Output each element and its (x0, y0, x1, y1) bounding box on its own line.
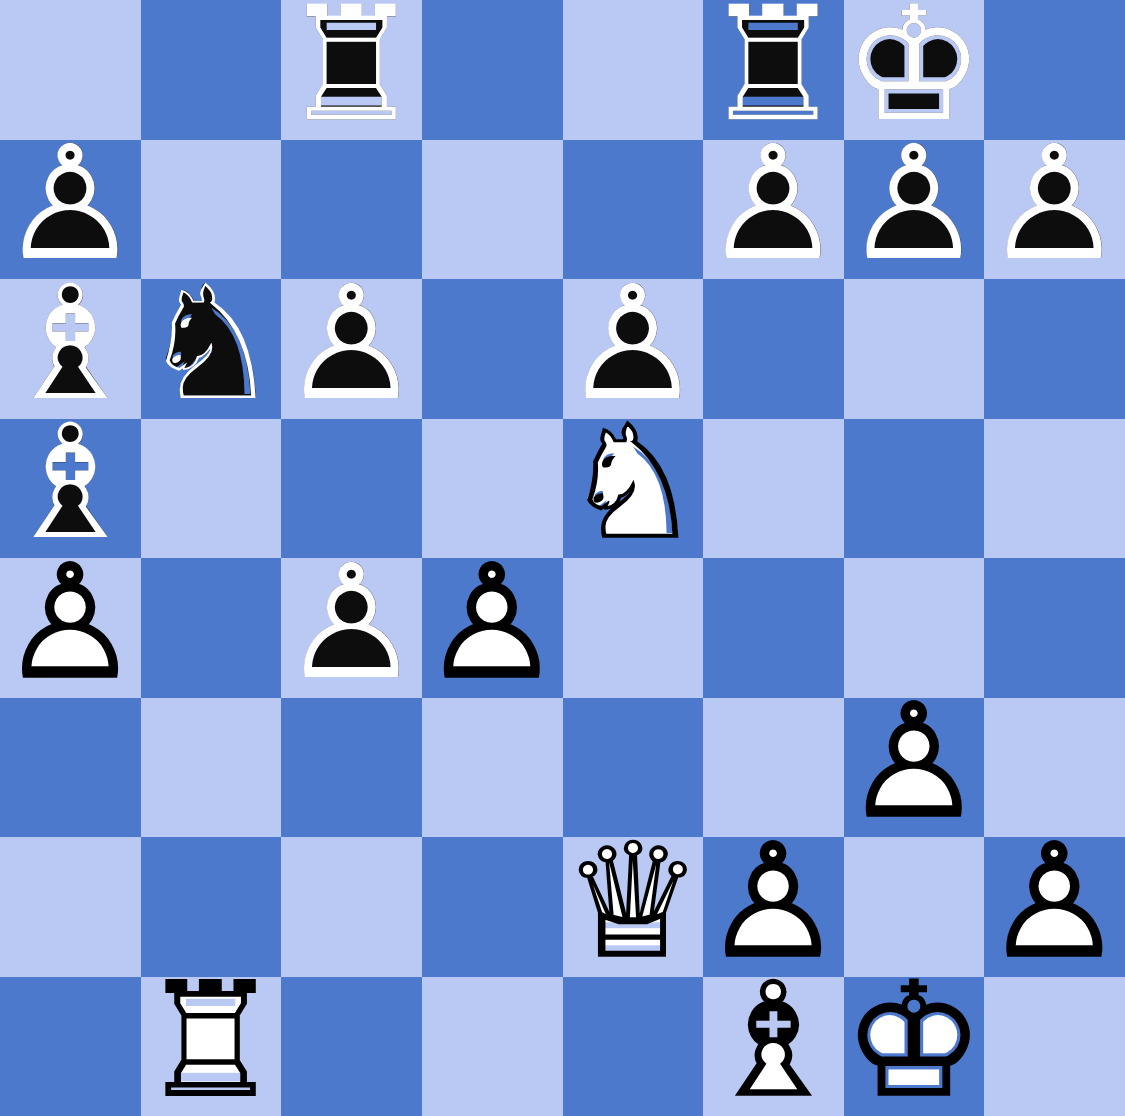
piece-black-pawn[interactable]: ♟♙ (703, 140, 844, 280)
square-c2[interactable] (281, 837, 422, 977)
piece-white-king[interactable]: ♚♔ (844, 977, 985, 1116)
piece-black-king[interactable]: ♚♔ (844, 0, 985, 140)
square-f2[interactable]: ♟♙ (703, 837, 844, 977)
square-e4[interactable] (563, 558, 704, 698)
square-e1[interactable] (563, 977, 704, 1116)
black-piece-fill-glyph: ♟ (984, 124, 1125, 282)
square-a1[interactable] (0, 977, 141, 1116)
white-piece-fill-glyph: ♟ (843, 682, 985, 840)
square-b5[interactable] (141, 419, 282, 559)
white-piece-fill-glyph: ♚ (843, 961, 985, 1116)
piece-white-pawn[interactable]: ♟♙ (422, 558, 563, 698)
square-d8[interactable] (422, 0, 563, 140)
piece-black-pawn[interactable]: ♟♙ (0, 140, 141, 280)
square-f1[interactable]: ♝♗ (703, 977, 844, 1116)
white-piece-outline-glyph: ♙ (843, 682, 985, 840)
black-piece-fill-glyph: ♟ (281, 542, 423, 700)
square-c4[interactable]: ♟♙ (281, 558, 422, 698)
square-h6[interactable] (984, 279, 1125, 419)
square-g4[interactable] (844, 558, 985, 698)
white-piece-fill-glyph: ♟ (703, 821, 845, 979)
square-a8[interactable] (0, 0, 141, 140)
square-g7[interactable]: ♟♙ (844, 140, 985, 280)
black-piece-detail-glyph: ♘ (140, 263, 282, 421)
square-g6[interactable] (844, 279, 985, 419)
piece-white-rook[interactable]: ♜♖ (141, 977, 282, 1116)
square-h4[interactable] (984, 558, 1125, 698)
square-h3[interactable] (984, 698, 1125, 838)
white-piece-outline-glyph: ♙ (984, 821, 1125, 979)
square-c7[interactable] (281, 140, 422, 280)
square-d4[interactable]: ♟♙ (422, 558, 563, 698)
piece-white-pawn[interactable]: ♟♙ (844, 698, 985, 838)
square-f8[interactable]: ♜♖ (703, 0, 844, 140)
square-d2[interactable] (422, 837, 563, 977)
black-piece-detail-glyph: ♖ (281, 0, 423, 142)
square-f3[interactable] (703, 698, 844, 838)
white-piece-fill-glyph: ♞ (562, 403, 704, 561)
square-c1[interactable] (281, 977, 422, 1116)
square-b8[interactable] (141, 0, 282, 140)
black-piece-fill-glyph: ♟ (0, 124, 141, 282)
square-e5[interactable]: ♞♘ (563, 419, 704, 559)
white-piece-fill-glyph: ♜ (140, 961, 282, 1116)
piece-black-pawn[interactable]: ♟♙ (984, 140, 1125, 280)
piece-black-pawn[interactable]: ♟♙ (563, 279, 704, 419)
black-piece-fill-glyph: ♟ (843, 124, 985, 282)
square-a4[interactable]: ♟♙ (0, 558, 141, 698)
square-h5[interactable] (984, 419, 1125, 559)
square-c6[interactable]: ♟♙ (281, 279, 422, 419)
piece-white-pawn[interactable]: ♟♙ (984, 837, 1125, 977)
black-piece-fill-glyph: ♟ (562, 263, 704, 421)
square-g5[interactable] (844, 419, 985, 559)
square-f5[interactable] (703, 419, 844, 559)
square-a5[interactable]: ♝♗ (0, 419, 141, 559)
square-e6[interactable]: ♟♙ (563, 279, 704, 419)
square-h7[interactable]: ♟♙ (984, 140, 1125, 280)
piece-black-pawn[interactable]: ♟♙ (844, 140, 985, 280)
white-piece-fill-glyph: ♟ (984, 821, 1125, 979)
square-a7[interactable]: ♟♙ (0, 140, 141, 280)
white-piece-fill-glyph: ♟ (421, 542, 563, 700)
square-a6[interactable]: ♝♗ (0, 279, 141, 419)
white-piece-fill-glyph: ♟ (0, 542, 141, 700)
black-piece-detail-glyph: ♗ (0, 263, 141, 421)
square-e8[interactable] (563, 0, 704, 140)
black-piece-detail-glyph: ♔ (843, 0, 985, 142)
square-b7[interactable] (141, 140, 282, 280)
square-e3[interactable] (563, 698, 704, 838)
square-d7[interactable] (422, 140, 563, 280)
piece-black-pawn[interactable]: ♟♙ (281, 279, 422, 419)
square-d1[interactable] (422, 977, 563, 1116)
black-piece-detail-glyph: ♙ (0, 124, 141, 282)
black-piece-detail-glyph: ♗ (0, 403, 141, 561)
square-d5[interactable] (422, 419, 563, 559)
black-piece-detail-glyph: ♙ (562, 263, 704, 421)
white-piece-outline-glyph: ♙ (421, 542, 563, 700)
square-b4[interactable] (141, 558, 282, 698)
square-e7[interactable] (563, 140, 704, 280)
white-piece-outline-glyph: ♗ (703, 961, 845, 1116)
square-f7[interactable]: ♟♙ (703, 140, 844, 280)
piece-black-pawn[interactable]: ♟♙ (281, 558, 422, 698)
square-g3[interactable]: ♟♙ (844, 698, 985, 838)
square-h1[interactable] (984, 977, 1125, 1116)
square-b3[interactable] (141, 698, 282, 838)
square-b6[interactable]: ♞♘ (141, 279, 282, 419)
square-g8[interactable]: ♚♔ (844, 0, 985, 140)
square-d3[interactable] (422, 698, 563, 838)
square-c3[interactable] (281, 698, 422, 838)
white-piece-outline-glyph: ♔ (843, 961, 985, 1116)
chess-board: ♜♖♜♖♚♔♟♙♟♙♟♙♟♙♝♗♞♘♟♙♟♙♝♗♞♘♟♙♟♙♟♙♟♙♛♕♟♙♟♙… (0, 0, 1125, 1116)
black-piece-detail-glyph: ♙ (843, 124, 985, 282)
white-piece-outline-glyph: ♙ (703, 821, 845, 979)
piece-white-pawn[interactable]: ♟♙ (703, 837, 844, 977)
black-piece-detail-glyph: ♙ (281, 263, 423, 421)
white-piece-fill-glyph: ♛ (562, 821, 704, 979)
black-piece-fill-glyph: ♜ (281, 0, 423, 142)
square-c8[interactable]: ♜♖ (281, 0, 422, 140)
black-piece-detail-glyph: ♙ (703, 124, 845, 282)
square-d6[interactable] (422, 279, 563, 419)
black-piece-fill-glyph: ♜ (703, 0, 845, 142)
square-b1[interactable]: ♜♖ (141, 977, 282, 1116)
piece-white-knight[interactable]: ♞♘ (563, 419, 704, 559)
square-b2[interactable] (141, 837, 282, 977)
black-piece-fill-glyph: ♟ (281, 263, 423, 421)
square-h8[interactable] (984, 0, 1125, 140)
square-e2[interactable]: ♛♕ (563, 837, 704, 977)
square-a3[interactable] (0, 698, 141, 838)
piece-white-pawn[interactable]: ♟♙ (0, 558, 141, 698)
square-g2[interactable] (844, 837, 985, 977)
square-g1[interactable]: ♚♔ (844, 977, 985, 1116)
white-piece-outline-glyph: ♕ (562, 821, 704, 979)
black-piece-fill-glyph: ♝ (0, 403, 141, 561)
piece-black-bishop[interactable]: ♝♗ (0, 279, 141, 419)
black-piece-detail-glyph: ♙ (984, 124, 1125, 282)
piece-white-queen[interactable]: ♛♕ (563, 837, 704, 977)
black-piece-detail-glyph: ♙ (281, 542, 423, 700)
square-h2[interactable]: ♟♙ (984, 837, 1125, 977)
black-piece-fill-glyph: ♚ (843, 0, 985, 142)
black-piece-fill-glyph: ♝ (0, 263, 141, 421)
square-a2[interactable] (0, 837, 141, 977)
piece-white-bishop[interactable]: ♝♗ (703, 977, 844, 1116)
black-piece-detail-glyph: ♖ (703, 0, 845, 142)
white-piece-outline-glyph: ♘ (562, 403, 704, 561)
square-c5[interactable] (281, 419, 422, 559)
piece-black-rook[interactable]: ♜♖ (281, 0, 422, 140)
white-piece-fill-glyph: ♝ (703, 961, 845, 1116)
piece-black-knight[interactable]: ♞♘ (141, 279, 282, 419)
piece-black-rook[interactable]: ♜♖ (703, 0, 844, 140)
white-piece-outline-glyph: ♖ (140, 961, 282, 1116)
white-piece-outline-glyph: ♙ (0, 542, 141, 700)
black-piece-fill-glyph: ♟ (703, 124, 845, 282)
piece-black-bishop[interactable]: ♝♗ (0, 419, 141, 559)
square-f4[interactable] (703, 558, 844, 698)
black-piece-fill-glyph: ♞ (140, 263, 282, 421)
square-f6[interactable] (703, 279, 844, 419)
